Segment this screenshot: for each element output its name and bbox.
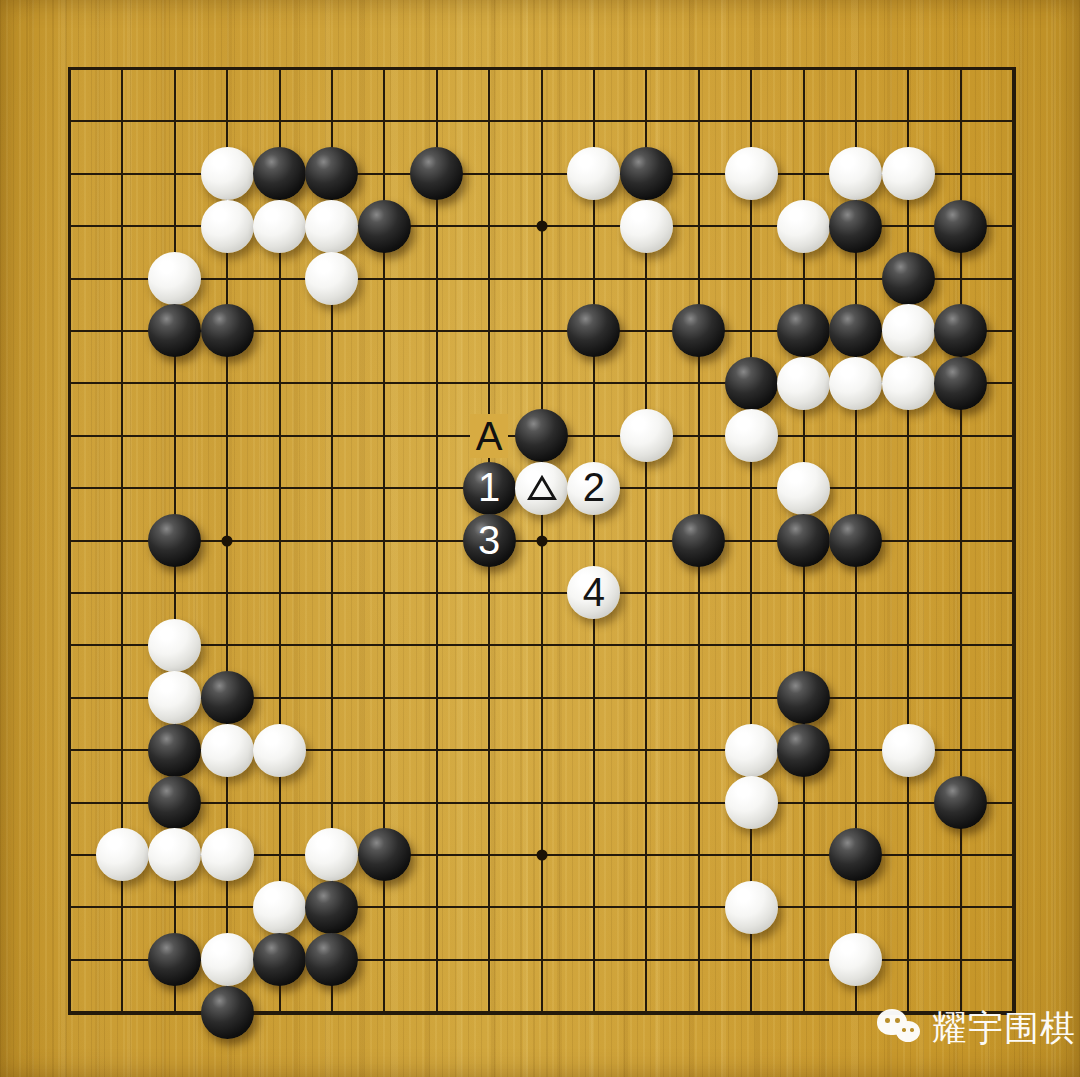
black-stone-D7 bbox=[201, 671, 254, 724]
bubble-eye-icon bbox=[902, 1028, 906, 1032]
black-stone-G16 bbox=[358, 200, 411, 253]
black-stone-J10: 3 bbox=[463, 514, 516, 567]
bubble-eye-icon bbox=[910, 1028, 914, 1032]
white-stone-R14 bbox=[882, 304, 935, 357]
move-number-label: 3 bbox=[478, 520, 500, 560]
go-diagram: 1234A 耀宇围棋 bbox=[0, 0, 1080, 1077]
black-stone-D1 bbox=[201, 986, 254, 1039]
wechat-logo: 耀宇围棋 bbox=[876, 1002, 1076, 1054]
white-stone-D17 bbox=[201, 147, 254, 200]
black-stone-F3 bbox=[305, 881, 358, 934]
black-stone-C2 bbox=[148, 933, 201, 986]
white-stone-L9: 4 bbox=[567, 566, 620, 619]
black-stone-H17 bbox=[410, 147, 463, 200]
black-stone-R15 bbox=[882, 252, 935, 305]
bubble-eye-icon bbox=[885, 1018, 890, 1023]
white-stone-E16 bbox=[253, 200, 306, 253]
white-stone-D4 bbox=[201, 828, 254, 881]
black-stone-J11: 1 bbox=[463, 462, 516, 515]
black-stone-O13 bbox=[725, 357, 778, 410]
white-stone-O12 bbox=[725, 409, 778, 462]
bubble-eye-icon bbox=[895, 1018, 900, 1023]
white-stone-C4 bbox=[148, 828, 201, 881]
watermark-text: 耀宇围棋 bbox=[932, 1005, 1076, 1052]
white-stone-O17 bbox=[725, 147, 778, 200]
white-stone-K11 bbox=[515, 462, 568, 515]
white-stone-O3 bbox=[725, 881, 778, 934]
black-stone-M17 bbox=[620, 147, 673, 200]
black-stone-F2 bbox=[305, 933, 358, 986]
white-stone-P13 bbox=[777, 357, 830, 410]
white-stone-C7 bbox=[148, 671, 201, 724]
chat-bubble-small-icon bbox=[896, 1021, 920, 1042]
black-stone-P14 bbox=[777, 304, 830, 357]
black-stone-P6 bbox=[777, 724, 830, 777]
black-stone-S16 bbox=[934, 200, 987, 253]
black-stone-L14 bbox=[567, 304, 620, 357]
black-stone-Q14 bbox=[829, 304, 882, 357]
white-stone-D16 bbox=[201, 200, 254, 253]
black-stone-E17 bbox=[253, 147, 306, 200]
white-stone-Q13 bbox=[829, 357, 882, 410]
white-stone-L11: 2 bbox=[567, 462, 620, 515]
black-stone-N10 bbox=[672, 514, 725, 567]
black-stone-Q4 bbox=[829, 828, 882, 881]
black-stone-K12 bbox=[515, 409, 568, 462]
white-stone-C8 bbox=[148, 619, 201, 672]
white-stone-F15 bbox=[305, 252, 358, 305]
black-stone-C5 bbox=[148, 776, 201, 829]
white-stone-F16 bbox=[305, 200, 358, 253]
white-stone-O5 bbox=[725, 776, 778, 829]
black-stone-E2 bbox=[253, 933, 306, 986]
wechat-icon bbox=[876, 1005, 922, 1051]
black-stone-S14 bbox=[934, 304, 987, 357]
black-stone-F17 bbox=[305, 147, 358, 200]
black-stone-Q16 bbox=[829, 200, 882, 253]
black-stone-S13 bbox=[934, 357, 987, 410]
white-stone-E6 bbox=[253, 724, 306, 777]
black-stone-P10 bbox=[777, 514, 830, 567]
white-stone-F4 bbox=[305, 828, 358, 881]
white-stone-D2 bbox=[201, 933, 254, 986]
move-number-label: 1 bbox=[478, 467, 500, 507]
white-stone-R13 bbox=[882, 357, 935, 410]
move-number-label: 2 bbox=[583, 467, 605, 507]
white-stone-P11 bbox=[777, 462, 830, 515]
point-label-A: A bbox=[470, 414, 508, 458]
move-number-label: 4 bbox=[583, 572, 605, 612]
white-stone-C15 bbox=[148, 252, 201, 305]
black-stone-N14 bbox=[672, 304, 725, 357]
white-stone-Q2 bbox=[829, 933, 882, 986]
stones-layer: 1234A bbox=[44, 43, 1040, 1039]
black-stone-Q10 bbox=[829, 514, 882, 567]
white-stone-E3 bbox=[253, 881, 306, 934]
white-stone-L17 bbox=[567, 147, 620, 200]
black-stone-S5 bbox=[934, 776, 987, 829]
white-stone-R6 bbox=[882, 724, 935, 777]
black-stone-G4 bbox=[358, 828, 411, 881]
white-stone-M12 bbox=[620, 409, 673, 462]
white-stone-P16 bbox=[777, 200, 830, 253]
white-stone-M16 bbox=[620, 200, 673, 253]
black-stone-C14 bbox=[148, 304, 201, 357]
black-stone-P7 bbox=[777, 671, 830, 724]
white-stone-R17 bbox=[882, 147, 935, 200]
white-stone-D6 bbox=[201, 724, 254, 777]
triangle-mark-icon bbox=[527, 475, 557, 501]
black-stone-C10 bbox=[148, 514, 201, 567]
white-stone-O6 bbox=[725, 724, 778, 777]
white-stone-Q17 bbox=[829, 147, 882, 200]
black-stone-D14 bbox=[201, 304, 254, 357]
white-stone-B4 bbox=[96, 828, 149, 881]
black-stone-C6 bbox=[148, 724, 201, 777]
